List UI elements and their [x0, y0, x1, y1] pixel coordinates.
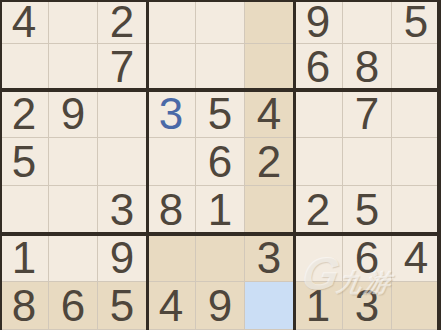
- cell-r6c8[interactable]: 5: [343, 186, 392, 234]
- cell-r6c4[interactable]: 8: [147, 186, 196, 234]
- digit: 2: [12, 92, 36, 136]
- cell-r8c8[interactable]: 3: [343, 282, 392, 330]
- cell-r5c7[interactable]: [294, 138, 343, 186]
- cell-r7c5[interactable]: [196, 234, 245, 282]
- digit: 2: [257, 140, 281, 184]
- digit: 3: [355, 284, 379, 328]
- cell-r2c4[interactable]: [147, 0, 196, 44]
- cell-r2c1[interactable]: 4: [0, 0, 49, 44]
- cell-r7c2[interactable]: [49, 234, 98, 282]
- cell-r3c4[interactable]: [147, 44, 196, 90]
- cell-r6c2[interactable]: [49, 186, 98, 234]
- cell-r7c6[interactable]: 3: [245, 234, 294, 282]
- cell-r8c2[interactable]: 6: [49, 282, 98, 330]
- digit: 5: [208, 92, 232, 136]
- digit: 8: [12, 284, 36, 328]
- digit: 8: [159, 188, 183, 232]
- digit: 9: [306, 0, 330, 44]
- digit: 3: [159, 92, 183, 136]
- cell-r4c2[interactable]: 9: [49, 90, 98, 138]
- cell-r4c8[interactable]: 7: [343, 90, 392, 138]
- cell-r2c5[interactable]: [196, 0, 245, 44]
- digit: 6: [306, 45, 330, 89]
- digit: 7: [355, 92, 379, 136]
- cell-r4c9[interactable]: [392, 90, 441, 138]
- cell-r5c2[interactable]: [49, 138, 98, 186]
- cell-r3c2[interactable]: [49, 44, 98, 90]
- cell-r7c1[interactable]: 1: [0, 234, 49, 282]
- digit: 7: [110, 45, 134, 89]
- cell-r4c5[interactable]: 5: [196, 90, 245, 138]
- digit: 6: [355, 236, 379, 280]
- cell-r4c4[interactable]: 3: [147, 90, 196, 138]
- cell-r6c1[interactable]: [0, 186, 49, 234]
- cell-r6c9[interactable]: [392, 186, 441, 234]
- cell-r5c1[interactable]: 5: [0, 138, 49, 186]
- cell-r2c2[interactable]: [49, 0, 98, 44]
- digit: 9: [208, 284, 232, 328]
- cell-r3c1[interactable]: [0, 44, 49, 90]
- cell-r8c3[interactable]: 5: [98, 282, 147, 330]
- cell-r5c9[interactable]: [392, 138, 441, 186]
- cell-r3c8[interactable]: 8: [343, 44, 392, 90]
- cell-r3c5[interactable]: [196, 44, 245, 90]
- digit: 9: [61, 92, 85, 136]
- cell-r4c7[interactable]: [294, 90, 343, 138]
- digit: 5: [12, 140, 36, 184]
- digit: 1: [208, 188, 232, 232]
- digit: 4: [12, 0, 36, 44]
- cell-r7c4[interactable]: [147, 234, 196, 282]
- cell-r7c9[interactable]: 4: [392, 234, 441, 282]
- cell-r8c4[interactable]: 4: [147, 282, 196, 330]
- cell-r2c6[interactable]: [245, 0, 294, 44]
- cell-r6c5[interactable]: 1: [196, 186, 245, 234]
- cell-r2c8[interactable]: [343, 0, 392, 44]
- cell-r6c6[interactable]: [245, 186, 294, 234]
- digit: 5: [404, 0, 428, 44]
- digit: 6: [61, 284, 85, 328]
- cell-r4c3[interactable]: [98, 90, 147, 138]
- digit: 1: [306, 284, 330, 328]
- digit: 4: [404, 236, 428, 280]
- cell-r5c5[interactable]: 6: [196, 138, 245, 186]
- cell-r2c7[interactable]: 9: [294, 0, 343, 44]
- cell-r3c6[interactable]: [245, 44, 294, 90]
- cell-r4c1[interactable]: 2: [0, 90, 49, 138]
- cell-r8c5[interactable]: 9: [196, 282, 245, 330]
- digit: 2: [306, 188, 330, 232]
- digit: 3: [110, 188, 134, 232]
- cell-r7c7[interactable]: [294, 234, 343, 282]
- cell-r6c7[interactable]: 2: [294, 186, 343, 234]
- digit: 1: [12, 236, 36, 280]
- cell-r5c6[interactable]: 2: [245, 138, 294, 186]
- cell-r8c7[interactable]: 1: [294, 282, 343, 330]
- digit: 5: [110, 284, 134, 328]
- sudoku-board: 429576829354756238125193648654913: [0, 0, 441, 330]
- cell-r3c9[interactable]: [392, 44, 441, 90]
- cell-r8c1[interactable]: 8: [0, 282, 49, 330]
- cell-r3c7[interactable]: 6: [294, 44, 343, 90]
- cell-r2c3[interactable]: 2: [98, 0, 147, 44]
- digit: 4: [159, 284, 183, 328]
- digit: 9: [110, 236, 134, 280]
- cell-r5c4[interactable]: [147, 138, 196, 186]
- cell-r3c3[interactable]: 7: [98, 44, 147, 90]
- cell-r7c8[interactable]: 6: [343, 234, 392, 282]
- digit: 5: [355, 188, 379, 232]
- cell-r4c6[interactable]: 4: [245, 90, 294, 138]
- sudoku-app-screen: 429576829354756238125193648654913 G 九游: [0, 0, 441, 330]
- cell-r8c9[interactable]: [392, 282, 441, 330]
- digit: 3: [257, 236, 281, 280]
- cell-r6c3[interactable]: 3: [98, 186, 147, 234]
- cell-r5c8[interactable]: [343, 138, 392, 186]
- digit: 4: [257, 92, 281, 136]
- cell-r2c9[interactable]: 5: [392, 0, 441, 44]
- digit: 6: [208, 140, 232, 184]
- cell-r5c3[interactable]: [98, 138, 147, 186]
- digit: 8: [355, 45, 379, 89]
- digit: 2: [110, 0, 134, 44]
- cell-r7c3[interactable]: 9: [98, 234, 147, 282]
- cell-r8c6[interactable]: [245, 282, 294, 330]
